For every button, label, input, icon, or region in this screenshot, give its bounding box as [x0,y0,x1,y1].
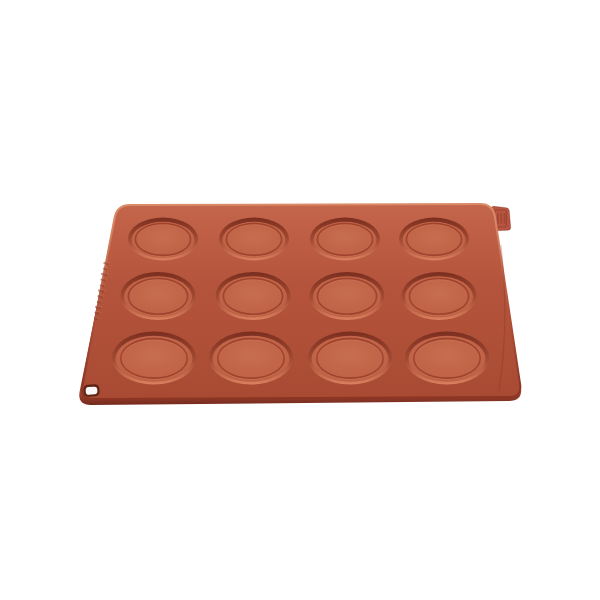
hanging-hole [83,384,100,397]
well-r1-c4 [399,218,469,261]
well-r1-c3 [310,218,380,261]
well-r3-c4 [405,332,489,385]
product-photo-canvas [0,0,600,600]
well-r1-c1 [128,218,198,261]
baking-mat-illustration [0,0,600,600]
tab-embossed-text-mark [497,213,499,224]
well-r2-c4 [402,272,477,320]
well-r3-c2 [209,332,293,385]
tab-embossed-text-mark [504,213,506,224]
well-r3-c1 [112,332,196,385]
well-r2-c2 [216,272,291,320]
well-r3-c3 [308,332,392,385]
tab-embossed-text-mark [500,213,502,224]
well-r2-c1 [121,272,196,320]
well-r1-c2 [219,218,289,261]
well-r2-c3 [310,272,385,320]
